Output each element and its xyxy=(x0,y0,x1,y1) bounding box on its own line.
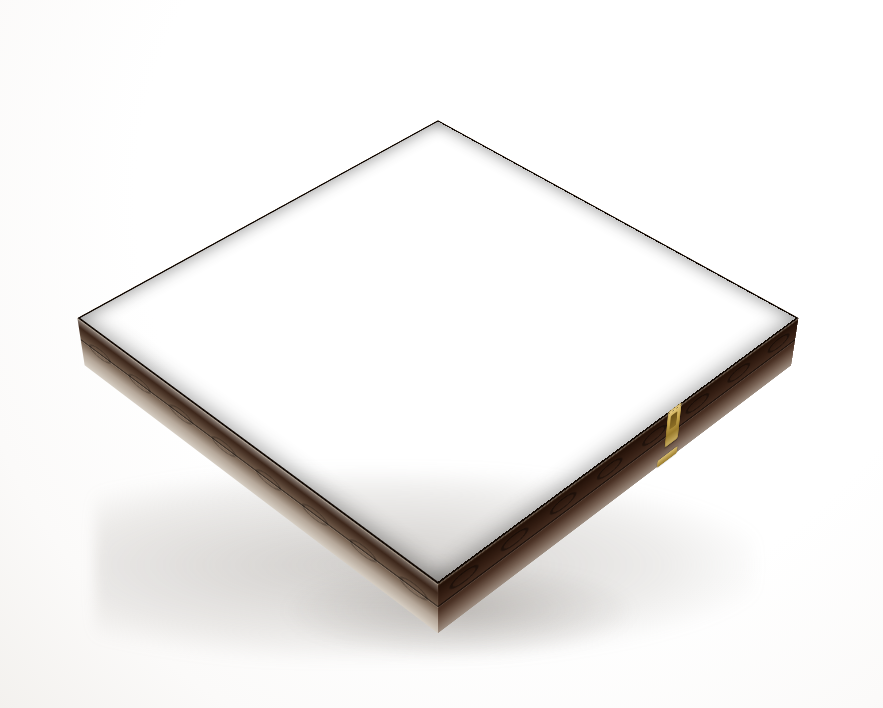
chess-box xyxy=(77,120,798,584)
brass-clasp-catch xyxy=(657,446,678,468)
photo-background xyxy=(0,0,883,708)
scene xyxy=(0,0,883,708)
chess-board xyxy=(77,120,798,584)
